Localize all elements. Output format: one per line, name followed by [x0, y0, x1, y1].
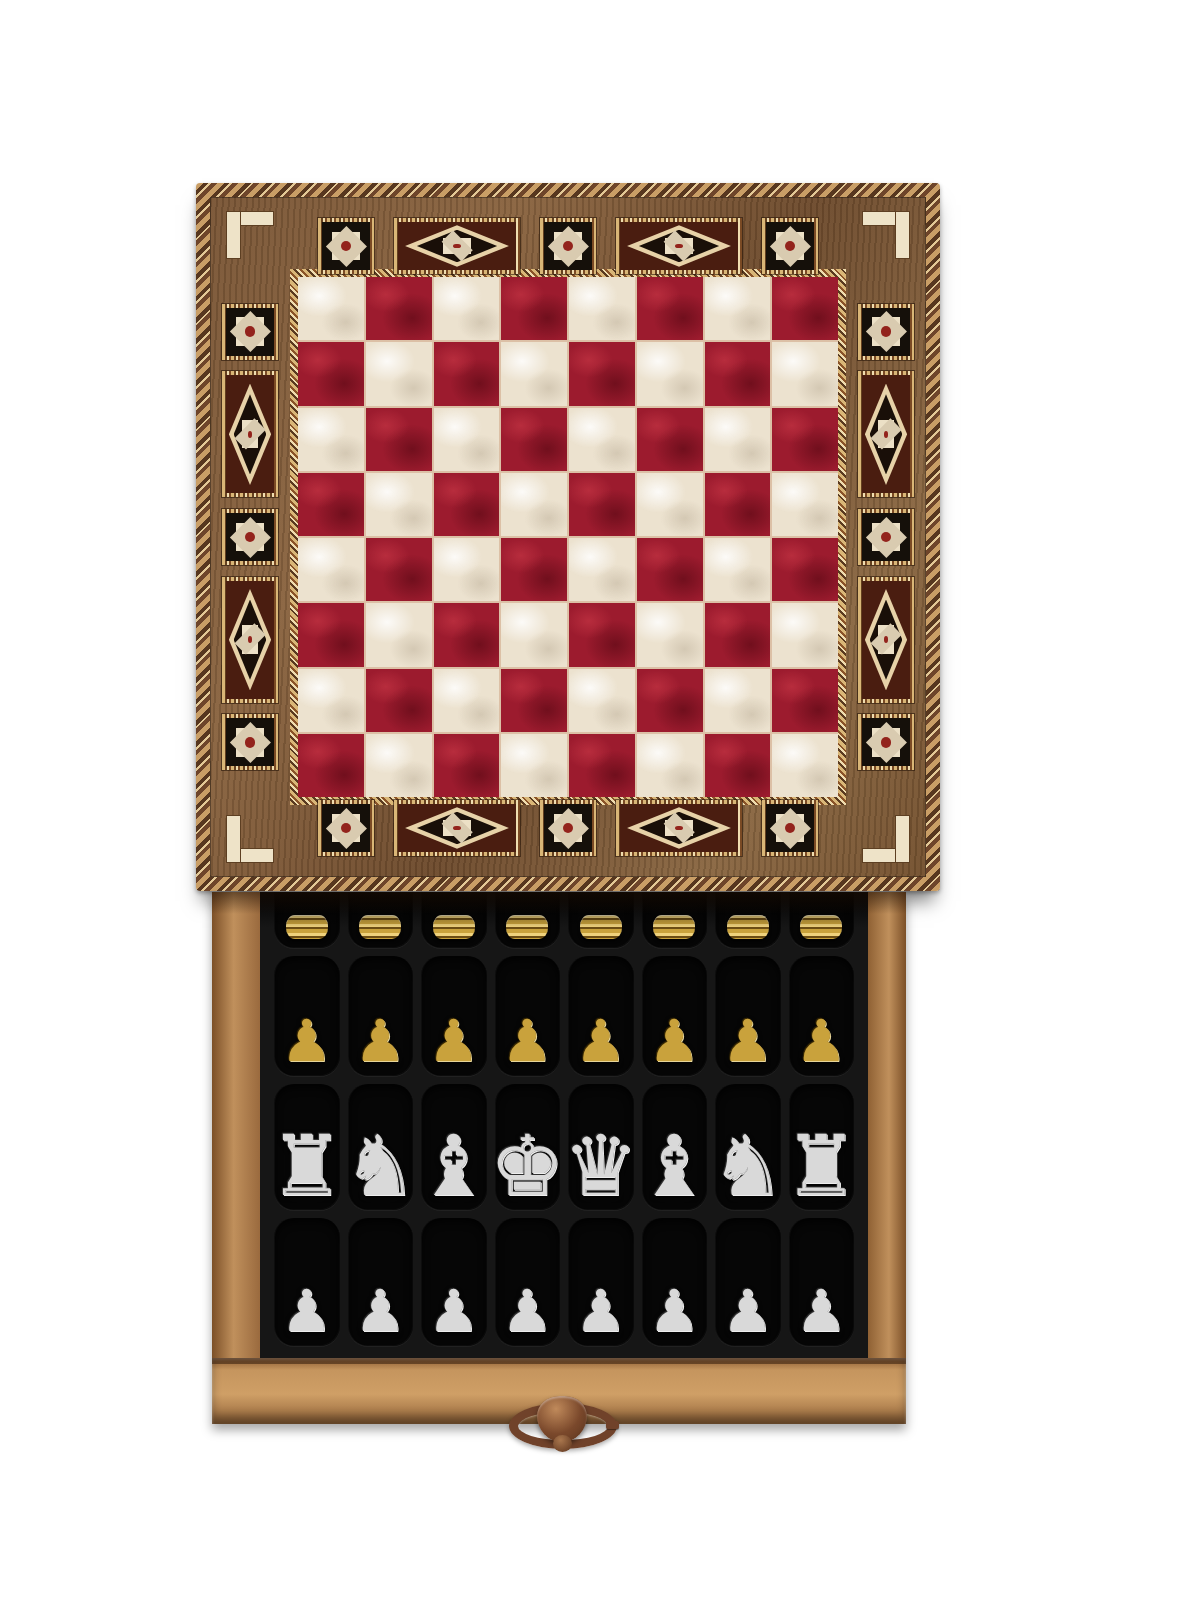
silver-bishop[interactable]: ♝ [421, 1124, 487, 1208]
chess-board [196, 183, 940, 891]
square-e5[interactable] [569, 473, 635, 536]
square-d5[interactable] [501, 473, 567, 536]
piece-drawer[interactable]: ♟♟♟♟♟♟♟♟♜♞♝♚♛♝♞♜♟♟♟♟♟♟♟♟ [212, 892, 906, 1424]
corner-inlay-icon [227, 212, 285, 270]
star-mosaic-icon [540, 800, 596, 856]
gold-piece-base[interactable] [286, 915, 328, 939]
checkerboard-border [290, 269, 846, 805]
diamond-mosaic-icon [858, 577, 914, 703]
drawer-slot-silver-pawns-1[interactable]: ♟ [274, 1218, 340, 1346]
square-f5[interactable] [637, 473, 703, 536]
drawer-rail-right [868, 892, 906, 1358]
silver-rook[interactable]: ♜ [789, 1124, 855, 1208]
diamond-mosaic-icon [858, 371, 914, 497]
drawer-slot-silver-back-rank-1[interactable]: ♜ [274, 1084, 340, 1210]
silver-rook[interactable]: ♜ [274, 1124, 340, 1208]
square-h7[interactable] [772, 342, 838, 405]
drawer-slot-gold-back-rank-4[interactable] [495, 892, 561, 948]
square-a8[interactable] [298, 277, 364, 340]
gold-piece-base[interactable] [580, 915, 622, 939]
frame-decor-left [221, 292, 279, 782]
corner-inlay-icon [851, 212, 909, 270]
diamond-mosaic-icon [394, 800, 520, 856]
star-mosaic-icon [858, 714, 914, 770]
square-c4[interactable] [434, 538, 500, 601]
square-e1[interactable] [569, 734, 635, 797]
drawer-rail-left [212, 892, 260, 1358]
drawer-slot-gold-pawns-6[interactable]: ♟ [642, 956, 708, 1076]
drawer-slot-gold-back-rank-5[interactable] [568, 892, 634, 948]
drawer-slot-silver-pawns-8[interactable]: ♟ [789, 1218, 855, 1346]
square-d2[interactable] [501, 669, 567, 732]
square-a1[interactable] [298, 734, 364, 797]
square-e4[interactable] [569, 538, 635, 601]
corner-inlay-icon [227, 804, 285, 862]
drawer-slot-silver-pawns-5[interactable]: ♟ [568, 1218, 634, 1346]
square-c1[interactable] [434, 734, 500, 797]
square-d1[interactable] [501, 734, 567, 797]
piece-tray-foam: ♟♟♟♟♟♟♟♟♜♞♝♚♛♝♞♜♟♟♟♟♟♟♟♟ [260, 892, 868, 1358]
square-b6[interactable] [366, 408, 432, 471]
drawer-slot-gold-pawns-1[interactable]: ♟ [274, 956, 340, 1076]
square-c7[interactable] [434, 342, 500, 405]
square-d4[interactable] [501, 538, 567, 601]
key-pin-icon [606, 1421, 619, 1429]
square-h6[interactable] [772, 408, 838, 471]
square-d8[interactable] [501, 277, 567, 340]
silver-pawn[interactable]: ♟ [354, 1282, 406, 1340]
gold-piece-base[interactable] [433, 915, 475, 939]
silver-pawn[interactable]: ♟ [648, 1282, 700, 1340]
silver-pawn[interactable]: ♟ [428, 1282, 480, 1340]
silver-knight[interactable]: ♞ [715, 1124, 781, 1208]
silver-pawn[interactable]: ♟ [281, 1282, 333, 1340]
drawer-slot-silver-back-rank-6[interactable]: ♝ [642, 1084, 708, 1210]
star-mosaic-icon [858, 304, 914, 360]
square-d3[interactable] [501, 603, 567, 666]
drawer-slot-gold-pawns-4[interactable]: ♟ [495, 956, 561, 1076]
drawer-slot-silver-back-rank-3[interactable]: ♝ [421, 1084, 487, 1210]
square-g1[interactable] [705, 734, 771, 797]
drawer-slot-silver-back-rank-2[interactable]: ♞ [348, 1084, 414, 1210]
silver-knight[interactable]: ♞ [348, 1124, 414, 1208]
gold-piece-base[interactable] [727, 915, 769, 939]
diamond-mosaic-icon [394, 218, 520, 274]
drawer-slot-gold-pawns-8[interactable]: ♟ [789, 956, 855, 1076]
square-b8[interactable] [366, 277, 432, 340]
gold-pawn[interactable]: ♟ [428, 1012, 480, 1070]
star-mosaic-icon [222, 714, 278, 770]
drawer-slot-gold-back-rank-6[interactable] [642, 892, 708, 948]
square-b2[interactable] [366, 669, 432, 732]
square-a6[interactable] [298, 408, 364, 471]
star-mosaic-icon [222, 509, 278, 565]
drawer-slot-silver-pawns-2[interactable]: ♟ [348, 1218, 414, 1346]
star-mosaic-icon [540, 218, 596, 274]
square-e3[interactable] [569, 603, 635, 666]
drawer-slot-silver-back-rank-5[interactable]: ♛ [568, 1084, 634, 1210]
silver-pawn[interactable]: ♟ [722, 1282, 774, 1340]
gold-piece-base[interactable] [506, 915, 548, 939]
square-f2[interactable] [637, 669, 703, 732]
corner-inlay-icon [851, 804, 909, 862]
square-c2[interactable] [434, 669, 500, 732]
square-b4[interactable] [366, 538, 432, 601]
chess-box-photo: ♟♟♟♟♟♟♟♟♜♞♝♚♛♝♞♜♟♟♟♟♟♟♟♟ [0, 0, 1200, 1600]
gold-pawn[interactable]: ♟ [501, 1012, 553, 1070]
square-a4[interactable] [298, 538, 364, 601]
drawer-slot-gold-pawns-7[interactable]: ♟ [715, 956, 781, 1076]
drawer-slot-gold-back-rank-8[interactable] [789, 892, 855, 948]
gold-pawn[interactable]: ♟ [575, 1012, 627, 1070]
silver-pawn[interactable]: ♟ [795, 1282, 847, 1340]
square-e8[interactable] [569, 277, 635, 340]
square-g8[interactable] [705, 277, 771, 340]
drawer-key[interactable] [504, 1396, 622, 1454]
square-h2[interactable] [772, 669, 838, 732]
square-g2[interactable] [705, 669, 771, 732]
diamond-mosaic-icon [222, 371, 278, 497]
square-h5[interactable] [772, 473, 838, 536]
square-g7[interactable] [705, 342, 771, 405]
square-b1[interactable] [366, 734, 432, 797]
square-c8[interactable] [434, 277, 500, 340]
star-mosaic-icon [318, 218, 374, 274]
square-d7[interactable] [501, 342, 567, 405]
square-f7[interactable] [637, 342, 703, 405]
checkerboard [298, 277, 838, 797]
square-g5[interactable] [705, 473, 771, 536]
gold-piece-base[interactable] [800, 915, 842, 939]
square-f4[interactable] [637, 538, 703, 601]
drawer-slot-gold-pawns-5[interactable]: ♟ [568, 956, 634, 1076]
square-a7[interactable] [298, 342, 364, 405]
diamond-mosaic-icon [222, 577, 278, 703]
silver-bishop[interactable]: ♝ [642, 1124, 708, 1208]
silver-pawn[interactable]: ♟ [501, 1282, 553, 1340]
drawer-slot-gold-pawns-3[interactable]: ♟ [421, 956, 487, 1076]
square-c6[interactable] [434, 408, 500, 471]
square-g4[interactable] [705, 538, 771, 601]
drawer-slot-silver-pawns-7[interactable]: ♟ [715, 1218, 781, 1346]
diamond-mosaic-icon [616, 800, 742, 856]
square-h1[interactable] [772, 734, 838, 797]
gold-pawn[interactable]: ♟ [354, 1012, 406, 1070]
drawer-slot-silver-back-rank-8[interactable]: ♜ [789, 1084, 855, 1210]
drawer-slot-silver-pawns-6[interactable]: ♟ [642, 1218, 708, 1346]
star-mosaic-icon [762, 218, 818, 274]
square-c5[interactable] [434, 473, 500, 536]
gold-piece-base[interactable] [359, 915, 401, 939]
square-a5[interactable] [298, 473, 364, 536]
square-a2[interactable] [298, 669, 364, 732]
frame-decor-right [857, 292, 915, 782]
gold-pawn[interactable]: ♟ [281, 1012, 333, 1070]
square-e6[interactable] [569, 408, 635, 471]
square-h3[interactable] [772, 603, 838, 666]
drawer-slot-gold-back-rank-7[interactable] [715, 892, 781, 948]
square-h4[interactable] [772, 538, 838, 601]
star-mosaic-icon [222, 304, 278, 360]
silver-queen[interactable]: ♛ [568, 1124, 634, 1208]
drawer-slot-gold-pawns-2[interactable]: ♟ [348, 956, 414, 1076]
square-b5[interactable] [366, 473, 432, 536]
star-mosaic-icon [318, 800, 374, 856]
key-tip-icon [553, 1435, 572, 1452]
square-e2[interactable] [569, 669, 635, 732]
gold-pawn[interactable]: ♟ [648, 1012, 700, 1070]
square-f3[interactable] [637, 603, 703, 666]
drawer-slot-silver-back-rank-4[interactable]: ♚ [495, 1084, 561, 1210]
drawer-slot-gold-back-rank-2[interactable] [348, 892, 414, 948]
board-frame [210, 197, 926, 877]
square-f8[interactable] [637, 277, 703, 340]
square-h8[interactable] [772, 277, 838, 340]
square-a3[interactable] [298, 603, 364, 666]
square-e7[interactable] [569, 342, 635, 405]
square-d6[interactable] [501, 408, 567, 471]
star-mosaic-icon [762, 800, 818, 856]
square-f6[interactable] [637, 408, 703, 471]
frame-decor-bottom [298, 797, 838, 859]
drawer-slot-silver-pawns-3[interactable]: ♟ [421, 1218, 487, 1346]
silver-king[interactable]: ♚ [495, 1124, 561, 1208]
gold-pawn[interactable]: ♟ [795, 1012, 847, 1070]
square-b7[interactable] [366, 342, 432, 405]
gold-piece-base[interactable] [653, 915, 695, 939]
star-mosaic-icon [858, 509, 914, 565]
diamond-mosaic-icon [616, 218, 742, 274]
square-g3[interactable] [705, 603, 771, 666]
drawer-slot-gold-back-rank-3[interactable] [421, 892, 487, 948]
drawer-slot-gold-back-rank-1[interactable] [274, 892, 340, 948]
drawer-slot-silver-back-rank-7[interactable]: ♞ [715, 1084, 781, 1210]
drawer-slot-silver-pawns-4[interactable]: ♟ [495, 1218, 561, 1346]
square-g6[interactable] [705, 408, 771, 471]
square-f1[interactable] [637, 734, 703, 797]
gold-pawn[interactable]: ♟ [722, 1012, 774, 1070]
square-b3[interactable] [366, 603, 432, 666]
square-c3[interactable] [434, 603, 500, 666]
frame-decor-top [298, 215, 838, 277]
silver-pawn[interactable]: ♟ [575, 1282, 627, 1340]
